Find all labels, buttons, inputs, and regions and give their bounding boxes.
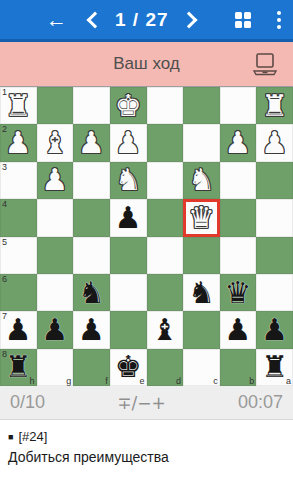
square-c3[interactable]: ♞ [183, 162, 220, 199]
move-banner-text: Ваш ход [0, 54, 293, 74]
square-g7[interactable]: ♟ [37, 311, 74, 348]
square-c7[interactable] [183, 311, 220, 348]
piece-white-pawn: ♟ [37, 162, 74, 199]
file-label-d: d [176, 376, 181, 386]
square-b3[interactable] [220, 162, 257, 199]
square-c6[interactable]: ♞ [183, 274, 220, 311]
square-d7[interactable]: ♝ [147, 311, 184, 348]
square-e4[interactable]: ♟ [110, 199, 147, 236]
piece-black-pawn: ♟ [37, 311, 74, 348]
next-puzzle-icon[interactable] [180, 11, 197, 28]
task-description: Добиться преимущества [8, 449, 285, 465]
square-d5[interactable] [147, 237, 184, 274]
piece-white-knight: ♞ [110, 162, 147, 199]
square-e3[interactable]: ♞ [110, 162, 147, 199]
square-g2[interactable]: ♝ [37, 124, 74, 161]
square-g3[interactable]: ♟ [37, 162, 74, 199]
square-h3[interactable]: 3 [0, 162, 37, 199]
prev-puzzle-icon[interactable] [87, 11, 104, 28]
piece-white-king: ♚ [110, 87, 147, 124]
square-a3[interactable] [256, 162, 293, 199]
task-panel: ■ [#24] Добиться преимущества [0, 420, 293, 500]
rank-label-6: 6 [2, 274, 7, 284]
square-e8[interactable]: e♚ [110, 349, 147, 386]
rank-label-8: 8 [2, 349, 7, 359]
app-screen: ← 1 / 27 Ваш ход 1♜♚♜2♟♝♟♟♟♟3♟♞♞4♟♛56♞♞♛… [0, 0, 293, 500]
square-f6[interactable]: ♞ [73, 274, 110, 311]
square-a6[interactable] [256, 274, 293, 311]
piece-white-pawn: ♟ [256, 124, 293, 161]
square-d2[interactable] [147, 124, 184, 161]
square-f7[interactable]: ♟ [73, 311, 110, 348]
square-a4[interactable] [256, 199, 293, 236]
square-h7[interactable]: 7♟ [0, 311, 37, 348]
square-a1[interactable]: ♜ [256, 87, 293, 124]
square-f8[interactable]: f [73, 349, 110, 386]
square-b5[interactable] [220, 237, 257, 274]
square-f3[interactable] [73, 162, 110, 199]
square-b4[interactable] [220, 199, 257, 236]
square-g6[interactable] [37, 274, 74, 311]
rank-label-2: 2 [2, 124, 7, 134]
square-d1[interactable] [147, 87, 184, 124]
square-e2[interactable]: ♟ [110, 124, 147, 161]
square-c5[interactable] [183, 237, 220, 274]
chess-board: 1♜♚♜2♟♝♟♟♟♟3♟♞♞4♟♛56♞♞♛7♟♟♟♝♟♟8h♜gfe♚dcb… [0, 86, 293, 386]
square-d3[interactable] [147, 162, 184, 199]
piece-black-pawn: ♟ [110, 199, 147, 236]
square-h5[interactable]: 5 [0, 237, 37, 274]
app-bar: ← 1 / 27 [0, 0, 293, 42]
square-a7[interactable]: ♟ [256, 311, 293, 348]
piece-white-rook: ♜ [256, 87, 293, 124]
square-a5[interactable] [256, 237, 293, 274]
square-a2[interactable]: ♟ [256, 124, 293, 161]
piece-white-pawn: ♟ [220, 124, 257, 161]
square-g8[interactable]: g [37, 349, 74, 386]
square-h4[interactable]: 4 [0, 199, 37, 236]
score-counter: 0/10 [10, 392, 45, 413]
rank-label-3: 3 [2, 162, 7, 172]
task-id: [#24] [18, 429, 47, 444]
square-g4[interactable] [37, 199, 74, 236]
puzzle-counter: 1 / 27 [115, 9, 169, 31]
square-c8[interactable]: c [183, 349, 220, 386]
timer: 00:07 [238, 392, 283, 413]
square-b1[interactable] [220, 87, 257, 124]
file-label-h: h [30, 376, 35, 386]
square-b2[interactable]: ♟ [220, 124, 257, 161]
square-g1[interactable] [37, 87, 74, 124]
piece-black-queen: ♛ [220, 274, 257, 311]
piece-black-pawn: ♟ [256, 311, 293, 348]
puzzle-navigation: 1 / 27 [89, 9, 195, 31]
square-g5[interactable] [37, 237, 74, 274]
file-label-e: e [139, 376, 144, 386]
piece-white-pawn: ♟ [73, 124, 110, 161]
square-h8[interactable]: 8h♜ [0, 349, 37, 386]
file-label-a: a [286, 376, 291, 386]
square-d8[interactable]: d [147, 349, 184, 386]
computer-icon[interactable] [251, 52, 279, 76]
rank-label-1: 1 [2, 87, 7, 97]
piece-black-knight: ♞ [73, 274, 110, 311]
square-f4[interactable] [73, 199, 110, 236]
square-f2[interactable]: ♟ [73, 124, 110, 161]
square-b8[interactable]: b [220, 349, 257, 386]
square-d4[interactable] [147, 199, 184, 236]
piece-black-bishop: ♝ [147, 311, 184, 348]
piece-black-knight: ♞ [183, 274, 220, 311]
square-c4[interactable]: ♛ [183, 199, 220, 236]
square-c2[interactable] [183, 124, 220, 161]
square-e1[interactable]: ♚ [110, 87, 147, 124]
piece-white-pawn: ♟ [110, 124, 147, 161]
rank-label-4: 4 [2, 199, 7, 209]
file-label-f: f [105, 376, 108, 386]
file-label-b: b [249, 376, 254, 386]
file-label-g: g [66, 376, 71, 386]
piece-black-pawn: ♟ [220, 311, 257, 348]
evaluation-label: ∓/−+ [45, 393, 238, 413]
square-b6[interactable]: ♛ [220, 274, 257, 311]
piece-white-queen: ♛ [183, 199, 220, 236]
piece-black-pawn: ♟ [73, 311, 110, 348]
grid-view-icon[interactable] [235, 12, 251, 28]
square-h6[interactable]: 6 [0, 274, 37, 311]
square-b7[interactable]: ♟ [220, 311, 257, 348]
overflow-menu-icon[interactable] [277, 11, 281, 29]
square-h2[interactable]: 2♟ [0, 124, 37, 161]
square-h1[interactable]: 1♜ [0, 87, 37, 124]
rank-label-5: 5 [2, 237, 7, 247]
piece-white-knight: ♞ [183, 162, 220, 199]
task-bullet-icon: ■ [8, 432, 13, 442]
square-c1[interactable] [183, 87, 220, 124]
square-a8[interactable]: a♜ [256, 349, 293, 386]
file-label-c: c [213, 376, 218, 386]
status-bar: 0/10 ∓/−+ 00:07 [0, 386, 293, 420]
square-e7[interactable] [110, 311, 147, 348]
move-banner: Ваш ход [0, 42, 293, 86]
rank-label-7: 7 [2, 311, 7, 321]
back-button[interactable]: ← [46, 9, 67, 30]
square-e6[interactable] [110, 274, 147, 311]
square-f5[interactable] [73, 237, 110, 274]
square-e5[interactable] [110, 237, 147, 274]
square-d6[interactable] [147, 274, 184, 311]
piece-white-bishop: ♝ [37, 124, 74, 161]
square-f1[interactable] [73, 87, 110, 124]
